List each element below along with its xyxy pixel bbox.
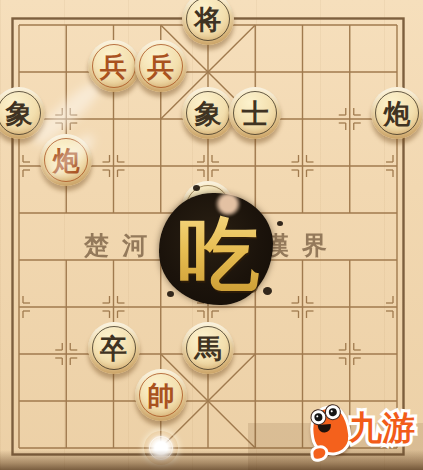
piece-black-general[interactable]: 将 <box>182 0 234 45</box>
piece-black-soldier[interactable]: 卒 <box>88 322 140 374</box>
piece-red-soldier[interactable]: 兵 <box>135 40 187 92</box>
piece-black-cannon[interactable]: 炮 <box>371 87 423 139</box>
piece-red-general[interactable]: 帥 <box>135 369 187 421</box>
piece-character: 馬 <box>182 322 234 374</box>
piece-character: 士 <box>229 87 281 139</box>
game-screen: 将兵兵象象士炮炮卒馬帥 楚河 漢界 吃 九游 <box>0 0 423 470</box>
capture-stamp-character: 吃 <box>178 201 260 311</box>
ink-splatter <box>277 221 283 226</box>
jiuyou-logo-text-svg: 九游 <box>348 406 423 450</box>
jiuyou-watermark-logo: 九游 <box>300 396 423 462</box>
piece-character: 帥 <box>135 369 187 421</box>
piece-black-advisor[interactable]: 士 <box>229 87 281 139</box>
ink-splatter <box>193 185 200 191</box>
ink-splatter <box>167 291 174 297</box>
ink-splatter <box>263 287 272 295</box>
piece-black-horse[interactable]: 馬 <box>182 322 234 374</box>
piece-character: 卒 <box>88 322 140 374</box>
mascot-tail <box>309 444 329 462</box>
capture-flash-effect <box>215 192 241 216</box>
piece-character: 炮 <box>371 87 423 139</box>
piece-character: 象 <box>182 87 234 139</box>
piece-black-elephant[interactable]: 象 <box>182 87 234 139</box>
jiuyou-mascot-icon <box>305 399 352 456</box>
jiuyou-logo-text: 九游 <box>348 408 415 447</box>
piece-character: 将 <box>182 0 234 45</box>
piece-character: 兵 <box>135 40 187 92</box>
